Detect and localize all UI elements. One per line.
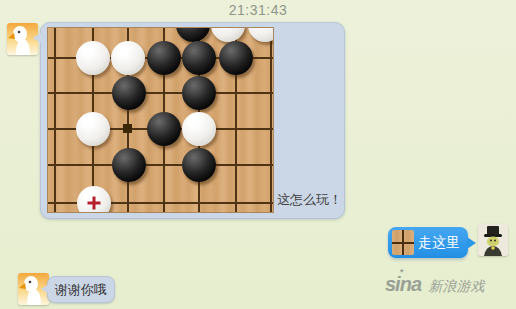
stone-white bbox=[77, 186, 111, 214]
grid-line-horizontal bbox=[48, 92, 273, 94]
stone-black bbox=[147, 112, 181, 146]
sina-logo: sina* bbox=[385, 273, 421, 295]
board-move-thumbnail-image[interactable] bbox=[392, 230, 414, 255]
bubble-tail-left-icon bbox=[33, 32, 42, 44]
thanks-text: 谢谢你哦 bbox=[55, 281, 107, 299]
bubble-tail-right-icon bbox=[467, 237, 476, 249]
outgoing-message-reply: 走这里 bbox=[388, 227, 468, 258]
sina-games-watermark: sina* 新浪游戏 bbox=[385, 273, 484, 296]
stone-black bbox=[182, 148, 216, 182]
board-question-text: 这怎么玩！ bbox=[277, 191, 342, 209]
stone-white bbox=[182, 112, 216, 146]
stone-white bbox=[76, 112, 110, 146]
grid-line-horizontal bbox=[48, 164, 273, 166]
bubble-tail-left-icon-2 bbox=[41, 284, 49, 294]
stone-white bbox=[248, 27, 275, 42]
sina-logo-dot-icon: * bbox=[400, 267, 403, 277]
stone-black bbox=[219, 41, 253, 75]
top-hat-avatar-image bbox=[478, 224, 508, 256]
stone-black bbox=[112, 76, 146, 110]
stone-black bbox=[182, 76, 216, 110]
stone-black bbox=[147, 41, 181, 75]
timestamp: 21:31:43 bbox=[0, 2, 516, 18]
grid-line-vertical bbox=[270, 28, 272, 212]
last-move-marker-icon bbox=[87, 196, 100, 209]
stone-black bbox=[176, 27, 210, 42]
stone-black bbox=[112, 148, 146, 182]
watermark-text: 新浪游戏 bbox=[428, 278, 484, 294]
incoming-message-thanks: 谢谢你哦 bbox=[47, 276, 115, 303]
stone-black bbox=[182, 41, 216, 75]
right-user-avatar[interactable] bbox=[478, 224, 508, 256]
go-board-image[interactable] bbox=[47, 27, 274, 213]
stone-white bbox=[76, 41, 110, 75]
incoming-message-board: 这怎么玩！ bbox=[40, 22, 345, 219]
stone-white bbox=[211, 27, 245, 42]
stone-white bbox=[111, 41, 145, 75]
grid-line-vertical bbox=[54, 28, 56, 212]
star-point-marker bbox=[123, 124, 132, 133]
reply-text: 走这里 bbox=[418, 234, 460, 252]
